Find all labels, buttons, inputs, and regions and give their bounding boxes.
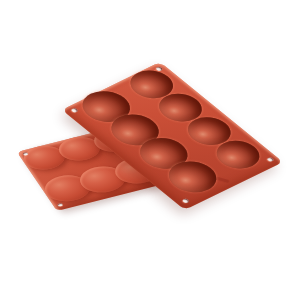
- corner-hole: [70, 108, 78, 113]
- corner-hole: [266, 157, 274, 162]
- photo-canvas: [0, 0, 300, 300]
- corner-hole: [57, 203, 64, 207]
- corner-hole: [182, 198, 190, 203]
